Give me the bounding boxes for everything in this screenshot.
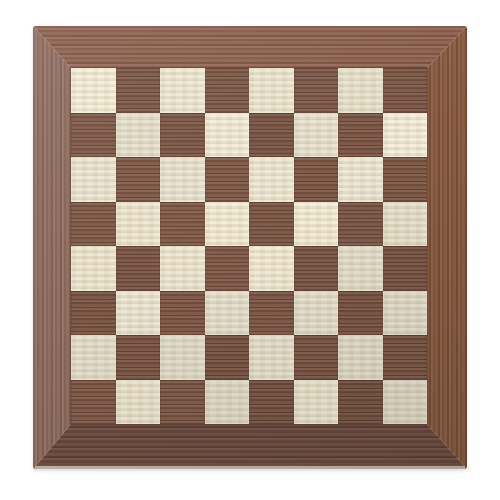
square-f8[interactable] [294, 68, 339, 113]
square-f4[interactable] [294, 246, 339, 291]
square-d3[interactable] [205, 291, 250, 336]
square-e6[interactable] [249, 157, 294, 202]
square-b8[interactable] [116, 68, 161, 113]
square-a6[interactable] [71, 157, 116, 202]
square-c3[interactable] [160, 291, 205, 336]
square-d6[interactable] [205, 157, 250, 202]
square-c7[interactable] [160, 113, 205, 158]
square-b6[interactable] [116, 157, 161, 202]
square-e7[interactable] [249, 113, 294, 158]
square-b7[interactable] [116, 113, 161, 158]
square-b1[interactable] [116, 380, 161, 425]
square-d8[interactable] [205, 68, 250, 113]
square-g5[interactable] [338, 202, 383, 247]
square-e8[interactable] [249, 68, 294, 113]
square-e1[interactable] [249, 380, 294, 425]
square-f6[interactable] [294, 157, 339, 202]
square-c2[interactable] [160, 335, 205, 380]
square-d7[interactable] [205, 113, 250, 158]
square-f1[interactable] [294, 380, 339, 425]
square-a7[interactable] [71, 113, 116, 158]
square-b3[interactable] [116, 291, 161, 336]
square-a8[interactable] [71, 68, 116, 113]
square-a4[interactable] [71, 246, 116, 291]
square-g8[interactable] [338, 68, 383, 113]
square-h4[interactable] [383, 246, 428, 291]
square-c6[interactable] [160, 157, 205, 202]
square-e4[interactable] [249, 246, 294, 291]
square-b2[interactable] [116, 335, 161, 380]
square-h6[interactable] [383, 157, 428, 202]
square-f5[interactable] [294, 202, 339, 247]
square-d4[interactable] [205, 246, 250, 291]
square-e2[interactable] [249, 335, 294, 380]
photo-background [0, 0, 500, 500]
square-b4[interactable] [116, 246, 161, 291]
square-a1[interactable] [71, 380, 116, 425]
square-g6[interactable] [338, 157, 383, 202]
square-c5[interactable] [160, 202, 205, 247]
square-f2[interactable] [294, 335, 339, 380]
square-f7[interactable] [294, 113, 339, 158]
chess-board [33, 26, 467, 469]
square-h7[interactable] [383, 113, 428, 158]
square-a3[interactable] [71, 291, 116, 336]
square-d2[interactable] [205, 335, 250, 380]
square-c8[interactable] [160, 68, 205, 113]
board-squares-grid [71, 68, 427, 424]
square-d1[interactable] [205, 380, 250, 425]
square-b5[interactable] [116, 202, 161, 247]
square-h8[interactable] [383, 68, 428, 113]
square-h2[interactable] [383, 335, 428, 380]
square-e5[interactable] [249, 202, 294, 247]
square-h3[interactable] [383, 291, 428, 336]
square-d5[interactable] [205, 202, 250, 247]
square-g7[interactable] [338, 113, 383, 158]
square-f3[interactable] [294, 291, 339, 336]
square-h1[interactable] [383, 380, 428, 425]
square-g1[interactable] [338, 380, 383, 425]
square-c4[interactable] [160, 246, 205, 291]
square-g3[interactable] [338, 291, 383, 336]
square-a2[interactable] [71, 335, 116, 380]
square-e3[interactable] [249, 291, 294, 336]
square-c1[interactable] [160, 380, 205, 425]
square-a5[interactable] [71, 202, 116, 247]
square-g2[interactable] [338, 335, 383, 380]
square-h5[interactable] [383, 202, 428, 247]
square-g4[interactable] [338, 246, 383, 291]
